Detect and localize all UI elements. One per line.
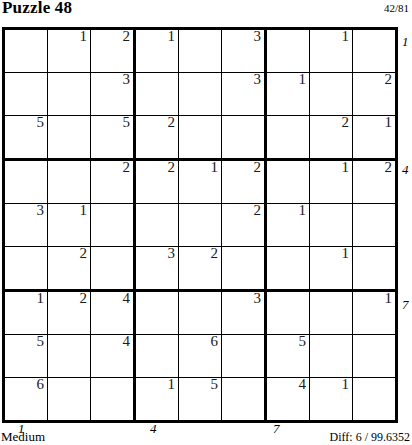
cell-r1c2[interactable]: 1 bbox=[48, 30, 90, 72]
box-3-2: 3615 bbox=[136, 292, 264, 420]
cell-r3c7[interactable] bbox=[267, 116, 309, 158]
cell-r4c5[interactable]: 1 bbox=[179, 161, 221, 203]
given-digit: 2 bbox=[211, 246, 219, 262]
given-digit: 5 bbox=[123, 115, 131, 131]
row-label-7: 7 bbox=[402, 297, 412, 313]
given-digit: 1 bbox=[37, 291, 45, 307]
board: 1235513321122123122122321211124546361515… bbox=[2, 27, 398, 423]
cell-r5c7[interactable]: 1 bbox=[267, 204, 309, 246]
cell-r2c1[interactable] bbox=[5, 73, 47, 115]
cell-r6c8[interactable]: 1 bbox=[310, 247, 352, 289]
cell-r6c3[interactable] bbox=[91, 247, 133, 289]
given-digit: 2 bbox=[80, 246, 88, 262]
box-3-3: 1541 bbox=[267, 292, 395, 420]
cell-r9c3[interactable] bbox=[91, 378, 133, 420]
cell-r6c7[interactable] bbox=[267, 247, 309, 289]
difficulty-stat: Diff: 6 / 99.6352 bbox=[330, 430, 410, 445]
box-1-1: 12355 bbox=[5, 30, 133, 158]
given-digit: 5 bbox=[37, 115, 45, 131]
cell-r1c7[interactable] bbox=[267, 30, 309, 72]
cell-r5c1[interactable]: 3 bbox=[5, 204, 47, 246]
cell-r2c6[interactable]: 3 bbox=[222, 73, 264, 115]
given-digit: 1 bbox=[342, 377, 350, 393]
cell-r4c4[interactable]: 2 bbox=[136, 161, 178, 203]
cell-r8c6[interactable] bbox=[222, 335, 264, 377]
cell-r3c1[interactable]: 5 bbox=[5, 116, 47, 158]
cell-r3c3[interactable]: 5 bbox=[91, 116, 133, 158]
cell-r9c4[interactable]: 1 bbox=[136, 378, 178, 420]
cell-r3c8[interactable]: 2 bbox=[310, 116, 352, 158]
given-digit: 1 bbox=[342, 246, 350, 262]
cell-r1c3[interactable]: 2 bbox=[91, 30, 133, 72]
cell-r5c6[interactable]: 2 bbox=[222, 204, 264, 246]
given-digit: 2 bbox=[385, 72, 393, 88]
cell-r2c4[interactable] bbox=[136, 73, 178, 115]
cell-r3c4[interactable]: 2 bbox=[136, 116, 178, 158]
cell-r6c4[interactable]: 3 bbox=[136, 247, 178, 289]
given-digit: 2 bbox=[168, 115, 176, 131]
cell-r2c3[interactable]: 3 bbox=[91, 73, 133, 115]
cell-r7c4[interactable] bbox=[136, 292, 178, 334]
cell-r9c9[interactable] bbox=[353, 378, 395, 420]
cell-r6c2[interactable]: 2 bbox=[48, 247, 90, 289]
cell-r1c6[interactable]: 3 bbox=[222, 30, 264, 72]
cell-r8c4[interactable] bbox=[136, 335, 178, 377]
cell-r6c5[interactable]: 2 bbox=[179, 247, 221, 289]
cell-r4c6[interactable]: 2 bbox=[222, 161, 264, 203]
given-digit: 3 bbox=[37, 203, 45, 219]
col-label-7: 7 bbox=[273, 421, 280, 437]
cell-r9c1[interactable]: 6 bbox=[5, 378, 47, 420]
given-digit: 3 bbox=[254, 29, 262, 45]
given-digit: 2 bbox=[80, 291, 88, 307]
cell-r1c9[interactable] bbox=[353, 30, 395, 72]
given-digit: 3 bbox=[254, 72, 262, 88]
given-digit: 5 bbox=[37, 334, 45, 350]
cell-r1c8[interactable]: 1 bbox=[310, 30, 352, 72]
cell-r8c9[interactable] bbox=[353, 335, 395, 377]
given-digit: 6 bbox=[211, 334, 219, 350]
cell-r9c6[interactable] bbox=[222, 378, 264, 420]
cell-r2c7[interactable]: 1 bbox=[267, 73, 309, 115]
cell-r6c1[interactable] bbox=[5, 247, 47, 289]
givens-counter: 42/81 bbox=[384, 2, 409, 14]
col-label-4: 4 bbox=[150, 421, 157, 437]
cell-r1c5[interactable] bbox=[179, 30, 221, 72]
given-digit: 1 bbox=[80, 29, 88, 45]
given-digit: 1 bbox=[342, 160, 350, 176]
given-digit: 2 bbox=[342, 115, 350, 131]
given-digit: 2 bbox=[254, 203, 262, 219]
given-digit: 1 bbox=[385, 115, 393, 131]
cell-r1c1[interactable] bbox=[5, 30, 47, 72]
cell-r9c5[interactable]: 5 bbox=[179, 378, 221, 420]
cell-r9c7[interactable]: 4 bbox=[267, 378, 309, 420]
given-digit: 1 bbox=[80, 203, 88, 219]
cell-r7c9[interactable]: 1 bbox=[353, 292, 395, 334]
given-digit: 3 bbox=[123, 72, 131, 88]
given-digit: 1 bbox=[168, 29, 176, 45]
cell-r5c4[interactable] bbox=[136, 204, 178, 246]
given-digit: 4 bbox=[299, 377, 307, 393]
cell-r7c1[interactable]: 1 bbox=[5, 292, 47, 334]
cell-r9c2[interactable] bbox=[48, 378, 90, 420]
cell-r4c3[interactable]: 2 bbox=[91, 161, 133, 203]
difficulty-label: Medium bbox=[1, 429, 45, 445]
cell-r4c1[interactable] bbox=[5, 161, 47, 203]
cell-r7c2[interactable]: 2 bbox=[48, 292, 90, 334]
given-digit: 6 bbox=[37, 377, 45, 393]
box-2-1: 2312 bbox=[5, 161, 133, 289]
cell-r2c8[interactable] bbox=[310, 73, 352, 115]
cell-r3c5[interactable] bbox=[179, 116, 221, 158]
cell-r8c8[interactable] bbox=[310, 335, 352, 377]
cell-r7c6[interactable]: 3 bbox=[222, 292, 264, 334]
cell-r4c9[interactable]: 2 bbox=[353, 161, 395, 203]
cell-r4c2[interactable] bbox=[48, 161, 90, 203]
cell-r2c9[interactable]: 2 bbox=[353, 73, 395, 115]
cell-r7c7[interactable] bbox=[267, 292, 309, 334]
given-digit: 1 bbox=[299, 72, 307, 88]
cell-r3c2[interactable] bbox=[48, 116, 90, 158]
row-label-1: 1 bbox=[402, 34, 412, 50]
given-digit: 1 bbox=[385, 291, 393, 307]
given-digit: 5 bbox=[299, 334, 307, 350]
given-digit: 2 bbox=[168, 160, 176, 176]
cell-r2c2[interactable] bbox=[48, 73, 90, 115]
cell-r7c8[interactable] bbox=[310, 292, 352, 334]
box-3-1: 124546 bbox=[5, 292, 133, 420]
page-title: Puzzle 48 bbox=[2, 0, 72, 18]
cell-r8c1[interactable]: 5 bbox=[5, 335, 47, 377]
given-digit: 2 bbox=[254, 160, 262, 176]
cell-r5c9[interactable] bbox=[353, 204, 395, 246]
cell-r5c3[interactable] bbox=[91, 204, 133, 246]
given-digit: 4 bbox=[123, 291, 131, 307]
given-digit: 5 bbox=[211, 377, 219, 393]
given-digit: 2 bbox=[385, 160, 393, 176]
cell-r5c8[interactable] bbox=[310, 204, 352, 246]
cell-r6c6[interactable] bbox=[222, 247, 264, 289]
cell-r8c3[interactable]: 4 bbox=[91, 335, 133, 377]
puzzle-sheet: Puzzle 48 42/81 123551332112212312212232… bbox=[0, 0, 412, 445]
given-digit: 1 bbox=[211, 160, 219, 176]
cell-r3c9[interactable]: 1 bbox=[353, 116, 395, 158]
given-digit: 1 bbox=[299, 203, 307, 219]
box-2-2: 212232 bbox=[136, 161, 264, 289]
box-1-3: 11221 bbox=[267, 30, 395, 158]
cell-r8c2[interactable] bbox=[48, 335, 90, 377]
cell-r8c5[interactable]: 6 bbox=[179, 335, 221, 377]
given-digit: 3 bbox=[254, 291, 262, 307]
cell-r5c5[interactable] bbox=[179, 204, 221, 246]
cell-r9c8[interactable]: 1 bbox=[310, 378, 352, 420]
cell-r2c5[interactable] bbox=[179, 73, 221, 115]
cell-r1c4[interactable]: 1 bbox=[136, 30, 178, 72]
cell-r7c3[interactable]: 4 bbox=[91, 292, 133, 334]
given-digit: 2 bbox=[123, 29, 131, 45]
given-digit: 3 bbox=[168, 246, 176, 262]
cell-r6c9[interactable] bbox=[353, 247, 395, 289]
given-digit: 1 bbox=[342, 29, 350, 45]
cell-r8c7[interactable]: 5 bbox=[267, 335, 309, 377]
cell-r4c8[interactable]: 1 bbox=[310, 161, 352, 203]
row-label-4: 4 bbox=[402, 162, 412, 178]
given-digit: 1 bbox=[168, 377, 176, 393]
box-2-3: 1211 bbox=[267, 161, 395, 289]
given-digit: 2 bbox=[123, 160, 131, 176]
cell-r7c5[interactable] bbox=[179, 292, 221, 334]
box-1-2: 1332 bbox=[136, 30, 264, 158]
cell-r5c2[interactable]: 1 bbox=[48, 204, 90, 246]
cell-r4c7[interactable] bbox=[267, 161, 309, 203]
cell-r3c6[interactable] bbox=[222, 116, 264, 158]
given-digit: 4 bbox=[123, 334, 131, 350]
